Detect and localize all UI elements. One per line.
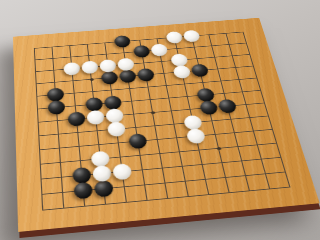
star-point [89,78,93,81]
go-board [13,18,320,232]
star-point [216,147,221,150]
goban-3d-wrapper [13,18,320,232]
star-point [150,111,154,114]
board-grid [25,26,302,219]
scene-background [0,0,320,240]
